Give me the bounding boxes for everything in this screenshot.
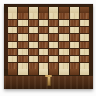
board-square-a5[interactable] xyxy=(8,34,17,40)
board-square-f5[interactable] xyxy=(59,34,68,40)
edge-band-cell xyxy=(29,69,38,75)
board-square-b8[interactable] xyxy=(18,13,27,19)
board-square-f7[interactable] xyxy=(59,20,68,26)
board-square-c2[interactable] xyxy=(29,56,38,62)
board-square-f2[interactable] xyxy=(59,56,68,62)
board-square-e4[interactable] xyxy=(49,42,58,48)
board-square-h5[interactable] xyxy=(80,34,89,40)
board-square-g7[interactable] xyxy=(70,20,79,26)
board-square-f8[interactable] xyxy=(59,13,68,19)
board-square-d4[interactable] xyxy=(39,42,48,48)
board-square-d7[interactable] xyxy=(39,20,48,26)
board-square-h4[interactable] xyxy=(80,42,89,48)
board-square-c4[interactable] xyxy=(29,42,38,48)
board-square-a7[interactable] xyxy=(8,20,17,26)
board-square-c8[interactable] xyxy=(29,13,38,19)
board-square-f1[interactable] xyxy=(59,63,68,69)
board-square-e1[interactable] xyxy=(49,63,58,69)
edge-band-cell xyxy=(70,69,79,75)
board-square-g3[interactable] xyxy=(70,49,79,55)
edge-band-cell xyxy=(80,69,89,75)
board-square-f4[interactable] xyxy=(59,42,68,48)
board-square-h6[interactable] xyxy=(80,27,89,33)
board-square-e2[interactable] xyxy=(49,56,58,62)
board-square-a3[interactable] xyxy=(8,49,17,55)
board-square-g1[interactable] xyxy=(70,63,79,69)
brass-clasp-icon xyxy=(46,76,51,86)
board-square-c1[interactable] xyxy=(29,63,38,69)
board-square-h8[interactable] xyxy=(80,13,89,19)
chess-board xyxy=(8,13,89,69)
board-square-g2[interactable] xyxy=(70,56,79,62)
board-square-b2[interactable] xyxy=(18,56,27,62)
board-square-f3[interactable] xyxy=(59,49,68,55)
board-square-h1[interactable] xyxy=(80,63,89,69)
chess-box xyxy=(4,4,93,89)
board-square-a6[interactable] xyxy=(8,27,17,33)
board-square-c6[interactable] xyxy=(29,27,38,33)
chess-box-photo xyxy=(0,0,96,96)
board-square-h7[interactable] xyxy=(80,20,89,26)
board-square-c5[interactable] xyxy=(29,34,38,40)
board-square-g4[interactable] xyxy=(70,42,79,48)
board-square-d5[interactable] xyxy=(39,34,48,40)
board-square-b7[interactable] xyxy=(18,20,27,26)
board-square-d8[interactable] xyxy=(39,13,48,19)
board-square-b5[interactable] xyxy=(18,34,27,40)
board-square-e7[interactable] xyxy=(49,20,58,26)
board-square-d6[interactable] xyxy=(39,27,48,33)
board-square-h2[interactable] xyxy=(80,56,89,62)
board-square-d3[interactable] xyxy=(39,49,48,55)
board-square-g6[interactable] xyxy=(70,27,79,33)
board-frame-sides xyxy=(4,13,93,69)
board-square-a4[interactable] xyxy=(8,42,17,48)
board-square-d2[interactable] xyxy=(39,56,48,62)
board-square-h3[interactable] xyxy=(80,49,89,55)
board-square-b6[interactable] xyxy=(18,27,27,33)
board-square-e8[interactable] xyxy=(49,13,58,19)
board-square-c3[interactable] xyxy=(29,49,38,55)
edge-band-cell xyxy=(59,69,68,75)
edge-band-cell xyxy=(18,69,27,75)
box-front-panel xyxy=(4,76,93,89)
board-square-f6[interactable] xyxy=(59,27,68,33)
edge-band-cell xyxy=(8,69,17,75)
board-square-e5[interactable] xyxy=(49,34,58,40)
board-edge-band-top xyxy=(4,6,93,13)
board-square-a1[interactable] xyxy=(8,63,17,69)
board-square-e6[interactable] xyxy=(49,27,58,33)
board-square-b4[interactable] xyxy=(18,42,27,48)
board-square-a2[interactable] xyxy=(8,56,17,62)
board-square-b3[interactable] xyxy=(18,49,27,55)
board-square-d1[interactable] xyxy=(39,63,48,69)
board-square-e3[interactable] xyxy=(49,49,58,55)
board-square-b1[interactable] xyxy=(18,63,27,69)
board-square-a8[interactable] xyxy=(8,13,17,19)
board-square-c7[interactable] xyxy=(29,20,38,26)
board-square-g8[interactable] xyxy=(70,13,79,19)
clasp-hinge-pin xyxy=(45,75,52,77)
board-square-g5[interactable] xyxy=(70,34,79,40)
